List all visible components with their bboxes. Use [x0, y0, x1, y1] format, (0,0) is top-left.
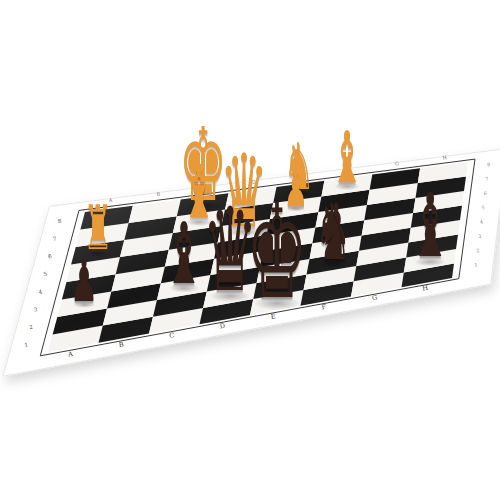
file-label-top-d: D	[252, 179, 257, 184]
file-label-top-h: H	[442, 155, 447, 160]
chessboard: AABBCCDDEEFFGGHH1122334455667788♝♞♚♟♝♛♟♜…	[0, 0, 500, 500]
chessboard-mat: AABBCCDDEEFFGGHH1122334455667788	[0, 0, 500, 500]
product-photo: AABBCCDDEEFFGGHH1122334455667788♝♞♚♟♝♛♟♜…	[0, 0, 500, 500]
